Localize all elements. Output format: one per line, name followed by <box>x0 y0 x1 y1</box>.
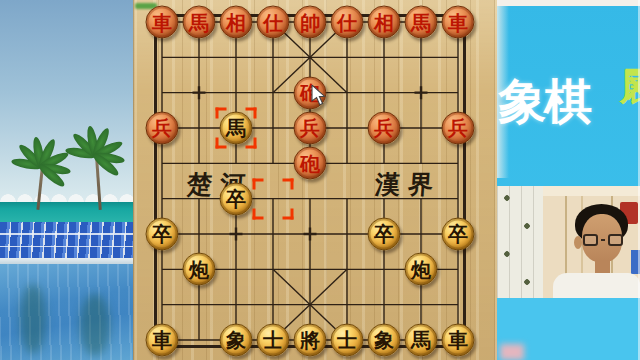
piece-black-horse-c4[interactable]: 馬 <box>220 111 253 144</box>
channel-title: 象棋 <box>498 78 590 126</box>
piece-red-soldier-g4[interactable]: 兵 <box>368 111 401 144</box>
piece-black-cannon-b8[interactable]: 炮 <box>183 253 216 286</box>
piece-black-soldier-c6[interactable]: 卒 <box>220 182 253 215</box>
piece-black-horse-h10[interactable]: 馬 <box>405 323 438 356</box>
piece-black-advisor-d10[interactable]: 士 <box>257 323 290 356</box>
piece-black-chariot-a10[interactable]: 車 <box>146 323 179 356</box>
presenter-ear <box>574 236 582 249</box>
piece-black-advisor-f10[interactable]: 士 <box>331 323 364 356</box>
lounge-chairs <box>0 222 133 260</box>
right-panel: 象棋 晨 风 <box>497 0 640 360</box>
piece-red-horse-b1[interactable]: 馬 <box>183 6 216 39</box>
piece-red-chariot-i1[interactable]: 車 <box>442 6 475 39</box>
piece-red-chariot-a1[interactable]: 車 <box>146 6 179 39</box>
piece-black-cannon-h8[interactable]: 炮 <box>405 253 438 286</box>
piece-black-elephant-g10[interactable]: 象 <box>368 323 401 356</box>
piece-red-soldier-a4[interactable]: 兵 <box>146 111 179 144</box>
pink-smudge <box>500 344 524 360</box>
piece-black-elephant-c10[interactable]: 象 <box>220 323 253 356</box>
piece-red-soldier-e4[interactable]: 兵 <box>294 111 327 144</box>
piece-black-general-e10[interactable]: 將 <box>294 323 327 356</box>
piece-red-general-e1[interactable]: 帥 <box>294 6 327 39</box>
piece-black-soldier-g7[interactable]: 卒 <box>368 217 401 250</box>
piece-black-chariot-i10[interactable]: 車 <box>442 323 475 356</box>
piece-red-advisor-f1[interactable]: 仕 <box>331 6 364 39</box>
river-label-right: 漢界 <box>374 168 442 201</box>
piece-red-advisor-d1[interactable]: 仕 <box>257 6 290 39</box>
presenter-shirt <box>553 273 640 298</box>
xiangqi-board[interactable]: 楚河 漢界 車馬相仕帥仕相馬車砲兵馬兵兵兵砲卒卒卒卒炮炮車象士將士象馬車 <box>133 0 497 360</box>
byline-char: 风 <box>620 66 640 107</box>
piece-black-soldier-i7[interactable]: 卒 <box>442 217 475 250</box>
curtain <box>497 186 543 298</box>
piece-black-soldier-a7[interactable]: 卒 <box>146 217 179 250</box>
glasses <box>583 234 623 246</box>
piece-red-horse-h1[interactable]: 馬 <box>405 6 438 39</box>
piece-red-elephant-g1[interactable]: 相 <box>368 6 401 39</box>
piece-red-soldier-i4[interactable]: 兵 <box>442 111 475 144</box>
sea <box>0 202 133 224</box>
piece-red-elephant-c1[interactable]: 相 <box>220 6 253 39</box>
panel-top-strip <box>497 0 640 6</box>
webcam-video <box>497 186 640 298</box>
palm-reflection <box>20 284 46 354</box>
piece-red-cannon-e5[interactable]: 砲 <box>294 147 327 180</box>
beach-photo <box>0 0 133 360</box>
video-frame: 楚河 漢界 車馬相仕帥仕相馬車砲兵馬兵兵兵砲卒卒卒卒炮炮車象士將士象馬車 象棋 … <box>0 0 640 360</box>
palm-reflection <box>80 294 110 356</box>
